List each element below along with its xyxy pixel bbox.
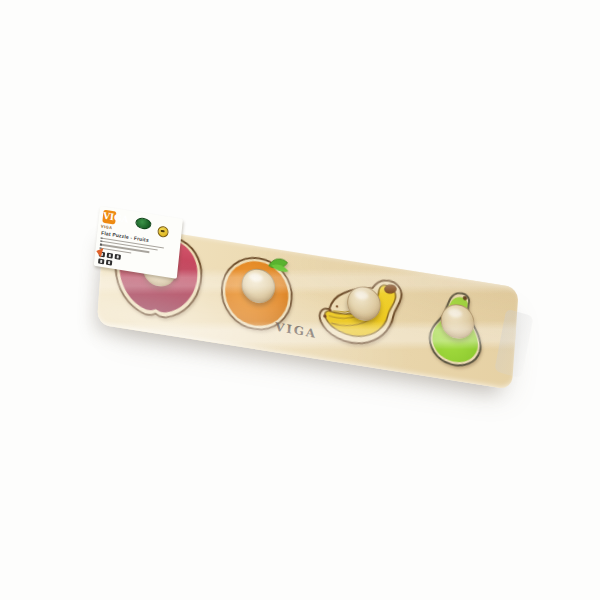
product-photo: VIGA VIGA Flat Puzzle - Fruits xyxy=(0,0,600,600)
product-label: VIGA VIGA Flat Puzzle - Fruits xyxy=(94,206,183,279)
piece-banana xyxy=(310,266,410,357)
yellow-badge-icon xyxy=(157,225,169,238)
cert-icon xyxy=(107,252,113,258)
cert-icon xyxy=(115,253,121,259)
piece-pear xyxy=(423,284,490,372)
viga-logo-icon: VIGA xyxy=(102,210,116,225)
green-oval-badge-icon xyxy=(135,217,152,230)
label-wrap-corner xyxy=(90,244,103,257)
shrinkwrap-flap xyxy=(494,309,533,379)
certification-icons-row xyxy=(98,258,112,266)
cert-icon xyxy=(106,259,112,265)
cert-icon xyxy=(98,258,104,264)
